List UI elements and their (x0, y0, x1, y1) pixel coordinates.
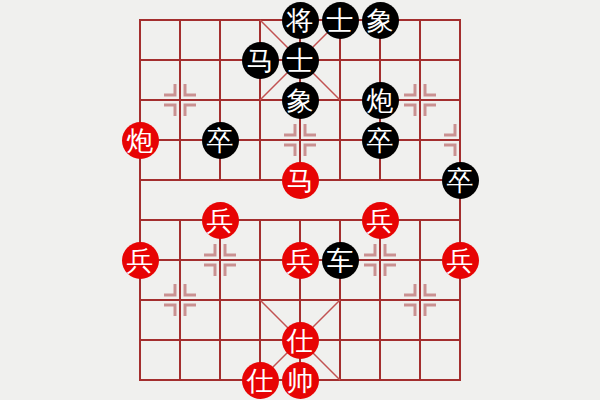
xiangqi-board-screenshot: 将士象马士象炮卒卒卒车炮马兵兵兵兵兵仕仕帅 (0, 0, 600, 400)
red-advisor[interactable]: 仕 (242, 362, 279, 399)
black-horse[interactable]: 马 (242, 42, 279, 79)
red-soldier[interactable]: 兵 (442, 242, 479, 279)
red-horse[interactable]: 马 (282, 162, 319, 199)
red-soldier[interactable]: 兵 (362, 202, 399, 239)
black-soldier[interactable]: 卒 (202, 122, 239, 159)
red-cannon[interactable]: 炮 (122, 122, 159, 159)
red-advisor[interactable]: 仕 (282, 322, 319, 359)
pieces-layer: 将士象马士象炮卒卒卒车炮马兵兵兵兵兵仕仕帅 (120, 0, 480, 400)
black-elephant[interactable]: 象 (362, 2, 399, 39)
black-advisor[interactable]: 士 (322, 2, 359, 39)
red-general[interactable]: 帅 (282, 362, 319, 399)
black-cannon[interactable]: 炮 (362, 82, 399, 119)
red-soldier[interactable]: 兵 (202, 202, 239, 239)
black-general[interactable]: 将 (282, 2, 319, 39)
black-soldier[interactable]: 卒 (442, 162, 479, 199)
red-soldier[interactable]: 兵 (122, 242, 159, 279)
red-soldier[interactable]: 兵 (282, 242, 319, 279)
black-soldier[interactable]: 卒 (362, 122, 399, 159)
black-chariot[interactable]: 车 (322, 242, 359, 279)
black-advisor[interactable]: 士 (282, 42, 319, 79)
black-elephant[interactable]: 象 (282, 82, 319, 119)
